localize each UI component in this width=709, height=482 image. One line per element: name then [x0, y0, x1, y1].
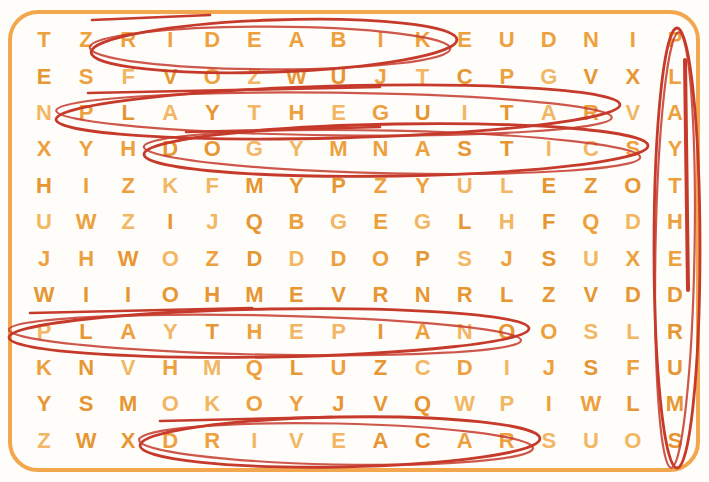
grid-cell-r6c6: Q	[233, 204, 275, 240]
grid-cell-r9c16: R	[654, 313, 696, 349]
grid-cell-r3c6: T	[233, 95, 275, 131]
grid-cell-r3c1: N	[23, 95, 65, 131]
grid-cell-r4c3: H	[107, 131, 149, 167]
grid-cell-r3c7: H	[275, 95, 317, 131]
grid-cell-r12c10: C	[402, 423, 444, 459]
grid-cell-r12c2: W	[65, 423, 107, 459]
grid-cell-r12c3: X	[107, 423, 149, 459]
grid-cell-r7c16: E	[654, 241, 696, 277]
grid-cell-r1c3: R	[107, 22, 149, 58]
word-search-board: TZRIDEABIKEUDNIPESFVOZWUJTCPGVXLNPLAYTHE…	[0, 0, 709, 482]
grid-cell-r3c4: A	[149, 95, 191, 131]
grid-cell-r12c11: A	[444, 423, 486, 459]
grid-cell-r2c1: E	[23, 58, 65, 94]
grid-cell-r6c8: G	[317, 204, 359, 240]
grid-cell-r4c13: I	[528, 131, 570, 167]
grid-cell-r7c6: D	[233, 241, 275, 277]
grid-cell-r1c12: U	[486, 22, 528, 58]
grid-cell-r8c2: I	[65, 277, 107, 313]
grid-cell-r11c7: Y	[275, 386, 317, 422]
grid-cell-r1c1: T	[23, 22, 65, 58]
grid-cell-r5c5: F	[191, 168, 233, 204]
grid-cell-r9c8: P	[317, 313, 359, 349]
grid-cell-r3c5: Y	[191, 95, 233, 131]
grid-cell-r11c1: Y	[23, 386, 65, 422]
grid-cell-r11c5: K	[191, 386, 233, 422]
grid-cell-r1c16: P	[654, 22, 696, 58]
grid-cell-r11c10: Q	[402, 386, 444, 422]
grid-cell-r10c13: J	[528, 350, 570, 386]
grid-cell-r8c4: O	[149, 277, 191, 313]
grid-cell-r5c11: U	[444, 168, 486, 204]
grid-cell-r6c2: W	[65, 204, 107, 240]
grid-cell-r2c2: S	[65, 58, 107, 94]
grid-cell-r12c15: O	[612, 423, 654, 459]
grid-cell-r3c3: L	[107, 95, 149, 131]
grid-cell-r9c14: S	[570, 313, 612, 349]
grid-cell-r10c6: Q	[233, 350, 275, 386]
grid-cell-r11c13: I	[528, 386, 570, 422]
grid-cell-r8c15: D	[612, 277, 654, 313]
grid-cell-r6c16: H	[654, 204, 696, 240]
grid-cell-r2c13: G	[528, 58, 570, 94]
grid-cell-r5c9: Z	[360, 168, 402, 204]
grid-cell-r3c14: R	[570, 95, 612, 131]
letter-grid: TZRIDEABIKEUDNIPESFVOZWUJTCPGVXLNPLAYTHE…	[23, 22, 696, 459]
grid-cell-r7c8: D	[317, 241, 359, 277]
grid-cell-r8c5: H	[191, 277, 233, 313]
grid-cell-r9c6: H	[233, 313, 275, 349]
grid-cell-r4c7: Y	[275, 131, 317, 167]
grid-cell-r4c14: C	[570, 131, 612, 167]
grid-cell-r9c13: O	[528, 313, 570, 349]
grid-cell-r2c3: F	[107, 58, 149, 94]
grid-cell-r12c5: R	[191, 423, 233, 459]
grid-cell-r6c11: L	[444, 204, 486, 240]
grid-cell-r10c3: V	[107, 350, 149, 386]
grid-cell-r11c4: O	[149, 386, 191, 422]
grid-cell-r4c11: S	[444, 131, 486, 167]
grid-cell-r5c4: K	[149, 168, 191, 204]
grid-cell-r3c2: P	[65, 95, 107, 131]
grid-cell-r6c5: J	[191, 204, 233, 240]
grid-cell-r11c15: L	[612, 386, 654, 422]
grid-cell-r4c8: M	[317, 131, 359, 167]
grid-cell-r9c4: Y	[149, 313, 191, 349]
grid-cell-r11c2: S	[65, 386, 107, 422]
grid-cell-r11c12: P	[486, 386, 528, 422]
grid-cell-r7c3: W	[107, 241, 149, 277]
grid-cell-r10c10: C	[402, 350, 444, 386]
grid-cell-r12c14: U	[570, 423, 612, 459]
grid-cell-r1c4: I	[149, 22, 191, 58]
grid-cell-r9c12: O	[486, 313, 528, 349]
grid-cell-r3c16: A	[654, 95, 696, 131]
grid-cell-r2c5: O	[191, 58, 233, 94]
grid-cell-r9c11: N	[444, 313, 486, 349]
grid-cell-r3c13: A	[528, 95, 570, 131]
grid-cell-r5c6: M	[233, 168, 275, 204]
grid-cell-r12c9: A	[360, 423, 402, 459]
grid-cell-r9c9: I	[360, 313, 402, 349]
grid-cell-r2c9: J	[360, 58, 402, 94]
grid-cell-r1c9: I	[360, 22, 402, 58]
grid-cell-r12c13: S	[528, 423, 570, 459]
grid-cell-r5c16: T	[654, 168, 696, 204]
grid-cell-r7c2: H	[65, 241, 107, 277]
grid-cell-r1c6: E	[233, 22, 275, 58]
grid-cell-r3c11: I	[444, 95, 486, 131]
grid-cell-r6c14: Q	[570, 204, 612, 240]
grid-cell-r10c11: D	[444, 350, 486, 386]
grid-cell-r8c6: M	[233, 277, 275, 313]
grid-cell-r5c1: H	[23, 168, 65, 204]
grid-cell-r2c15: X	[612, 58, 654, 94]
grid-cell-r4c10: A	[402, 131, 444, 167]
grid-cell-r2c7: W	[275, 58, 317, 94]
grid-cell-r2c4: V	[149, 58, 191, 94]
grid-cell-r3c15: V	[612, 95, 654, 131]
grid-cell-r12c7: V	[275, 423, 317, 459]
grid-cell-r12c1: Z	[23, 423, 65, 459]
grid-cell-r11c14: W	[570, 386, 612, 422]
grid-cell-r4c4: D	[149, 131, 191, 167]
grid-cell-r9c1: P	[23, 313, 65, 349]
grid-cell-r6c13: F	[528, 204, 570, 240]
grid-cell-r10c8: U	[317, 350, 359, 386]
grid-cell-r5c8: P	[317, 168, 359, 204]
grid-cell-r10c9: Z	[360, 350, 402, 386]
grid-cell-r2c11: C	[444, 58, 486, 94]
grid-cell-r9c15: L	[612, 313, 654, 349]
grid-cell-r4c9: N	[360, 131, 402, 167]
grid-cell-r5c13: E	[528, 168, 570, 204]
grid-cell-r6c4: I	[149, 204, 191, 240]
grid-cell-r11c8: J	[317, 386, 359, 422]
grid-cell-r7c14: U	[570, 241, 612, 277]
grid-cell-r8c11: R	[444, 277, 486, 313]
grid-cell-r12c16: S	[654, 423, 696, 459]
grid-cell-r9c2: L	[65, 313, 107, 349]
grid-cell-r10c15: F	[612, 350, 654, 386]
grid-cell-r8c14: V	[570, 277, 612, 313]
grid-cell-r1c15: I	[612, 22, 654, 58]
grid-cell-r4c12: T	[486, 131, 528, 167]
grid-cell-r2c10: T	[402, 58, 444, 94]
grid-cell-r6c9: E	[360, 204, 402, 240]
grid-cell-r1c11: E	[444, 22, 486, 58]
grid-cell-r10c1: K	[23, 350, 65, 386]
grid-cell-r10c2: N	[65, 350, 107, 386]
grid-cell-r6c12: H	[486, 204, 528, 240]
grid-cell-r8c16: D	[654, 277, 696, 313]
grid-cell-r8c1: W	[23, 277, 65, 313]
grid-cell-r9c10: A	[402, 313, 444, 349]
grid-cell-r3c12: T	[486, 95, 528, 131]
grid-cell-r4c2: Y	[65, 131, 107, 167]
grid-cell-r8c3: I	[107, 277, 149, 313]
grid-cell-r1c5: D	[191, 22, 233, 58]
grid-cell-r7c9: O	[360, 241, 402, 277]
grid-cell-r9c7: E	[275, 313, 317, 349]
grid-cell-r4c1: X	[23, 131, 65, 167]
grid-cell-r9c5: T	[191, 313, 233, 349]
grid-cell-r6c7: B	[275, 204, 317, 240]
grid-cell-r7c10: P	[402, 241, 444, 277]
grid-cell-r5c12: L	[486, 168, 528, 204]
grid-cell-r1c8: B	[317, 22, 359, 58]
grid-cell-r7c13: S	[528, 241, 570, 277]
grid-cell-r5c3: Z	[107, 168, 149, 204]
grid-cell-r1c7: A	[275, 22, 317, 58]
grid-cell-r12c8: E	[317, 423, 359, 459]
grid-cell-r2c8: U	[317, 58, 359, 94]
grid-cell-r6c15: D	[612, 204, 654, 240]
grid-cell-r9c3: A	[107, 313, 149, 349]
grid-cell-r6c1: U	[23, 204, 65, 240]
grid-cell-r7c5: Z	[191, 241, 233, 277]
grid-cell-r12c12: R	[486, 423, 528, 459]
grid-cell-r8c13: Z	[528, 277, 570, 313]
grid-cell-r11c16: M	[654, 386, 696, 422]
grid-cell-r3c10: U	[402, 95, 444, 131]
grid-cell-r8c7: E	[275, 277, 317, 313]
grid-cell-r8c10: N	[402, 277, 444, 313]
grid-cell-r7c15: X	[612, 241, 654, 277]
grid-cell-r2c12: P	[486, 58, 528, 94]
grid-cell-r11c9: V	[360, 386, 402, 422]
grid-cell-r6c10: G	[402, 204, 444, 240]
grid-cell-r1c14: N	[570, 22, 612, 58]
grid-cell-r5c14: Z	[570, 168, 612, 204]
grid-cell-r5c15: O	[612, 168, 654, 204]
grid-cell-r12c4: D	[149, 423, 191, 459]
grid-cell-r12c6: I	[233, 423, 275, 459]
grid-cell-r4c16: Y	[654, 131, 696, 167]
grid-cell-r4c5: O	[191, 131, 233, 167]
grid-cell-r4c6: G	[233, 131, 275, 167]
grid-cell-r10c12: I	[486, 350, 528, 386]
grid-cell-r5c7: Y	[275, 168, 317, 204]
grid-cell-r8c8: V	[317, 277, 359, 313]
grid-cell-r8c12: L	[486, 277, 528, 313]
grid-cell-r1c10: K	[402, 22, 444, 58]
grid-cell-r3c8: E	[317, 95, 359, 131]
grid-cell-r2c16: L	[654, 58, 696, 94]
grid-cell-r2c6: Z	[233, 58, 275, 94]
grid-cell-r10c7: L	[275, 350, 317, 386]
grid-cell-r7c7: D	[275, 241, 317, 277]
grid-cell-r10c4: H	[149, 350, 191, 386]
grid-cell-r8c9: R	[360, 277, 402, 313]
grid-cell-r5c10: Y	[402, 168, 444, 204]
grid-cell-r2c14: V	[570, 58, 612, 94]
grid-cell-r1c13: D	[528, 22, 570, 58]
grid-cell-r7c4: O	[149, 241, 191, 277]
grid-cell-r5c2: I	[65, 168, 107, 204]
grid-cell-r1c2: Z	[65, 22, 107, 58]
grid-cell-r7c12: J	[486, 241, 528, 277]
grid-cell-r11c6: O	[233, 386, 275, 422]
grid-cell-r7c11: S	[444, 241, 486, 277]
grid-cell-r10c5: M	[191, 350, 233, 386]
grid-cell-r4c15: S	[612, 131, 654, 167]
grid-cell-r3c9: G	[360, 95, 402, 131]
grid-cell-r11c3: M	[107, 386, 149, 422]
grid-cell-r6c3: Z	[107, 204, 149, 240]
grid-cell-r11c11: W	[444, 386, 486, 422]
grid-cell-r10c14: S	[570, 350, 612, 386]
grid-cell-r7c1: J	[23, 241, 65, 277]
grid-cell-r10c16: U	[654, 350, 696, 386]
